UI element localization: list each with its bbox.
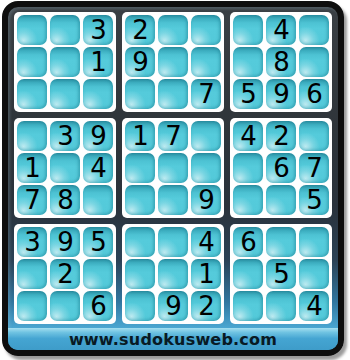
- cell-r4c2: 3: [50, 121, 80, 151]
- cell-r7c5: [158, 227, 188, 257]
- cell-r8c5: [158, 259, 188, 289]
- cell-r8c9: [299, 259, 329, 289]
- cell-r9c3: 6: [83, 291, 113, 321]
- cell-r4c6: [191, 121, 221, 151]
- cell-r2c3: 1: [83, 47, 113, 77]
- cell-r2c5: [158, 47, 188, 77]
- cell-r7c3: 5: [83, 227, 113, 257]
- cell-r4c7: 4: [233, 121, 263, 151]
- box-r0c0: 31: [14, 12, 116, 112]
- cell-r7c8: [266, 227, 296, 257]
- box-r1c0: 391478: [14, 118, 116, 218]
- cell-r6c6: 9: [191, 185, 221, 215]
- cell-r6c2: 8: [50, 185, 80, 215]
- cell-r4c3: 9: [83, 121, 113, 151]
- cell-r4c9: [299, 121, 329, 151]
- cell-r8c3: [83, 259, 113, 289]
- cell-r6c5: [158, 185, 188, 215]
- cell-r5c6: [191, 153, 221, 183]
- cell-r4c8: 2: [266, 121, 296, 151]
- cell-r9c8: [266, 291, 296, 321]
- cell-r5c2: [50, 153, 80, 183]
- board-frame: 31 297 48596 391478 179 42675 39526 4192…: [2, 1, 344, 356]
- box-r2c2: 654: [230, 224, 332, 324]
- box-r0c1: 297: [122, 12, 224, 112]
- cell-r9c1: [17, 291, 47, 321]
- cell-r3c5: [158, 79, 188, 109]
- cell-r7c2: 9: [50, 227, 80, 257]
- box-r2c1: 4192: [122, 224, 224, 324]
- cell-r8c8: 5: [266, 259, 296, 289]
- cell-r5c3: 4: [83, 153, 113, 183]
- cell-r1c4: 2: [125, 15, 155, 45]
- cell-r1c6: [191, 15, 221, 45]
- cell-r1c8: 4: [266, 15, 296, 45]
- cell-r2c7: [233, 47, 263, 77]
- cell-r9c4: [125, 291, 155, 321]
- cell-r7c6: 4: [191, 227, 221, 257]
- cell-r6c4: [125, 185, 155, 215]
- cell-r2c6: [191, 47, 221, 77]
- cell-r5c5: [158, 153, 188, 183]
- cell-r6c8: [266, 185, 296, 215]
- cell-r6c9: 5: [299, 185, 329, 215]
- cell-r3c6: 7: [191, 79, 221, 109]
- cell-r5c7: [233, 153, 263, 183]
- cell-r6c7: [233, 185, 263, 215]
- cell-r7c1: 3: [17, 227, 47, 257]
- cell-r1c7: [233, 15, 263, 45]
- cell-r3c7: 5: [233, 79, 263, 109]
- cell-r2c1: [17, 47, 47, 77]
- cell-r4c1: [17, 121, 47, 151]
- cell-r2c9: [299, 47, 329, 77]
- cell-r8c4: [125, 259, 155, 289]
- cell-r5c4: [125, 153, 155, 183]
- cell-r6c1: 7: [17, 185, 47, 215]
- cell-r6c3: [83, 185, 113, 215]
- cell-r9c6: 2: [191, 291, 221, 321]
- cell-r9c5: 9: [158, 291, 188, 321]
- cell-r7c4: [125, 227, 155, 257]
- cell-r2c2: [50, 47, 80, 77]
- cell-r3c9: 6: [299, 79, 329, 109]
- cell-r5c1: 1: [17, 153, 47, 183]
- footer-bar: www.sudokusweb.com: [8, 328, 338, 350]
- cell-r9c2: [50, 291, 80, 321]
- footer-url: www.sudokusweb.com: [69, 330, 277, 349]
- cell-r1c3: 3: [83, 15, 113, 45]
- cell-r3c2: [50, 79, 80, 109]
- box-r1c2: 42675: [230, 118, 332, 218]
- cell-r7c7: 6: [233, 227, 263, 257]
- cell-r8c1: [17, 259, 47, 289]
- box-r0c2: 48596: [230, 12, 332, 112]
- cell-r1c1: [17, 15, 47, 45]
- cell-r3c4: [125, 79, 155, 109]
- box-r1c1: 179: [122, 118, 224, 218]
- cell-r7c9: [299, 227, 329, 257]
- box-r2c0: 39526: [14, 224, 116, 324]
- cell-r3c8: 9: [266, 79, 296, 109]
- cell-r4c5: 7: [158, 121, 188, 151]
- sudoku-grid: 31 297 48596 391478 179 42675 39526 4192…: [8, 7, 338, 324]
- cell-r4c4: 1: [125, 121, 155, 151]
- cell-r1c9: [299, 15, 329, 45]
- cell-r5c8: 6: [266, 153, 296, 183]
- cell-r1c2: [50, 15, 80, 45]
- cell-r8c6: 1: [191, 259, 221, 289]
- cell-r8c7: [233, 259, 263, 289]
- cell-r1c5: [158, 15, 188, 45]
- cell-r3c1: [17, 79, 47, 109]
- cell-r2c4: 9: [125, 47, 155, 77]
- cell-r8c2: 2: [50, 259, 80, 289]
- cell-r2c8: 8: [266, 47, 296, 77]
- cell-r9c9: 4: [299, 291, 329, 321]
- cell-r3c3: [83, 79, 113, 109]
- page: 31 297 48596 391478 179 42675 39526 4192…: [0, 0, 350, 360]
- cell-r9c7: [233, 291, 263, 321]
- cell-r5c9: 7: [299, 153, 329, 183]
